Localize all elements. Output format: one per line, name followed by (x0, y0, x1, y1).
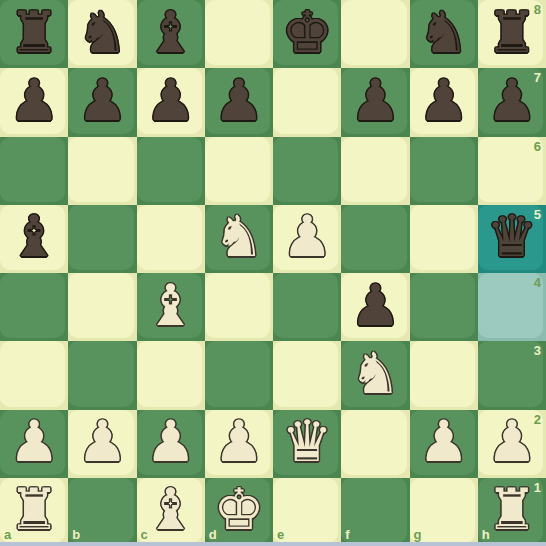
square-c8[interactable]: ♝ (137, 0, 205, 68)
square-h7[interactable]: ♟7 (478, 68, 546, 136)
square-c1[interactable]: ♝c (137, 478, 205, 546)
piece-white-pawn[interactable]: ♟ (478, 408, 546, 476)
square-b1[interactable]: b (68, 478, 136, 546)
file-label-f: f (345, 527, 349, 542)
square-c2[interactable]: ♟ (137, 410, 205, 478)
square-d7[interactable]: ♟ (205, 68, 273, 136)
square-e3[interactable] (273, 341, 341, 409)
piece-white-king[interactable]: ♚ (205, 476, 273, 544)
square-f6[interactable] (341, 137, 409, 205)
piece-white-pawn[interactable]: ♟ (0, 408, 68, 476)
square-h6[interactable]: 6 (478, 137, 546, 205)
square-e2[interactable]: ♛ (273, 410, 341, 478)
square-d1[interactable]: ♚d (205, 478, 273, 546)
square-b6[interactable] (68, 137, 136, 205)
square-g1[interactable]: g (410, 478, 478, 546)
square-d3[interactable] (205, 341, 273, 409)
piece-black-pawn[interactable]: ♟ (341, 66, 409, 134)
piece-black-bishop[interactable]: ♝ (137, 0, 205, 66)
square-f7[interactable]: ♟ (341, 68, 409, 136)
piece-black-pawn[interactable]: ♟ (68, 66, 136, 134)
window-background-strip (0, 542, 546, 546)
piece-white-pawn[interactable]: ♟ (273, 203, 341, 271)
square-f1[interactable]: f (341, 478, 409, 546)
square-h8[interactable]: ♜8 (478, 0, 546, 68)
square-d4[interactable] (205, 273, 273, 341)
square-a2[interactable]: ♟ (0, 410, 68, 478)
piece-white-pawn[interactable]: ♟ (68, 408, 136, 476)
piece-white-pawn[interactable]: ♟ (410, 408, 478, 476)
square-f5[interactable] (341, 205, 409, 273)
piece-white-queen[interactable]: ♛ (273, 408, 341, 476)
square-g3[interactable] (410, 341, 478, 409)
file-label-e: e (277, 527, 284, 542)
square-e8[interactable]: ♚ (273, 0, 341, 68)
square-c5[interactable] (137, 205, 205, 273)
piece-black-pawn[interactable]: ♟ (410, 66, 478, 134)
square-b5[interactable] (68, 205, 136, 273)
square-f3[interactable]: ♞ (341, 341, 409, 409)
square-a4[interactable] (0, 273, 68, 341)
square-b4[interactable] (68, 273, 136, 341)
square-a3[interactable] (0, 341, 68, 409)
square-b7[interactable]: ♟ (68, 68, 136, 136)
square-h4[interactable]: 4 (478, 273, 546, 341)
piece-black-pawn[interactable]: ♟ (0, 66, 68, 134)
rank-label-4: 4 (534, 275, 541, 290)
piece-black-knight[interactable]: ♞ (410, 0, 478, 66)
piece-white-rook[interactable]: ♜ (478, 476, 546, 544)
square-d6[interactable] (205, 137, 273, 205)
square-d8[interactable] (205, 0, 273, 68)
square-g7[interactable]: ♟ (410, 68, 478, 136)
square-a7[interactable]: ♟ (0, 68, 68, 136)
square-f4[interactable]: ♟ (341, 273, 409, 341)
square-h2[interactable]: ♟2 (478, 410, 546, 478)
piece-black-knight[interactable]: ♞ (68, 0, 136, 66)
square-e5[interactable]: ♟ (273, 205, 341, 273)
square-e4[interactable] (273, 273, 341, 341)
square-g6[interactable] (410, 137, 478, 205)
piece-black-king[interactable]: ♚ (273, 0, 341, 66)
square-c6[interactable] (137, 137, 205, 205)
square-f2[interactable] (341, 410, 409, 478)
square-g2[interactable]: ♟ (410, 410, 478, 478)
square-a8[interactable]: ♜ (0, 0, 68, 68)
piece-white-bishop[interactable]: ♝ (137, 476, 205, 544)
piece-black-pawn[interactable]: ♟ (137, 66, 205, 134)
square-c7[interactable]: ♟ (137, 68, 205, 136)
piece-white-knight[interactable]: ♞ (341, 339, 409, 407)
square-d2[interactable]: ♟ (205, 410, 273, 478)
square-g5[interactable] (410, 205, 478, 273)
square-b3[interactable] (68, 341, 136, 409)
square-g8[interactable]: ♞ (410, 0, 478, 68)
piece-white-bishop[interactable]: ♝ (137, 271, 205, 339)
square-e7[interactable] (273, 68, 341, 136)
piece-black-pawn[interactable]: ♟ (341, 271, 409, 339)
square-a6[interactable] (0, 137, 68, 205)
piece-black-queen[interactable]: ♛ (478, 203, 546, 271)
square-b2[interactable]: ♟ (68, 410, 136, 478)
square-b8[interactable]: ♞ (68, 0, 136, 68)
piece-white-knight[interactable]: ♞ (205, 203, 273, 271)
piece-black-pawn[interactable]: ♟ (478, 66, 546, 134)
square-c4[interactable]: ♝ (137, 273, 205, 341)
piece-white-pawn[interactable]: ♟ (205, 408, 273, 476)
piece-white-rook[interactable]: ♜ (0, 476, 68, 544)
square-d5[interactable]: ♞ (205, 205, 273, 273)
piece-black-rook[interactable]: ♜ (0, 0, 68, 66)
chess-board: ♜♞♝♚♞♜8♟♟♟♟♟♟♟76♝♞♟♛5♝♟4♞3♟♟♟♟♛♟♟2♜ab♝c♚… (0, 0, 546, 546)
square-h1[interactable]: ♜1h (478, 478, 546, 546)
square-g4[interactable] (410, 273, 478, 341)
piece-white-pawn[interactable]: ♟ (137, 408, 205, 476)
square-h3[interactable]: 3 (478, 341, 546, 409)
square-c3[interactable] (137, 341, 205, 409)
square-a5[interactable]: ♝ (0, 205, 68, 273)
square-e1[interactable]: e (273, 478, 341, 546)
square-h5[interactable]: ♛5 (478, 205, 546, 273)
rank-label-6: 6 (534, 139, 541, 154)
file-label-b: b (72, 527, 80, 542)
chess-app-stage: ♜♞♝♚♞♜8♟♟♟♟♟♟♟76♝♞♟♛5♝♟4♞3♟♟♟♟♛♟♟2♜ab♝c♚… (0, 0, 546, 546)
square-f8[interactable] (341, 0, 409, 68)
piece-black-rook[interactable]: ♜ (478, 0, 546, 66)
square-e6[interactable] (273, 137, 341, 205)
square-a1[interactable]: ♜a (0, 478, 68, 546)
file-label-g: g (414, 527, 422, 542)
piece-black-bishop[interactable]: ♝ (0, 203, 68, 271)
rank-label-3: 3 (534, 343, 541, 358)
piece-black-pawn[interactable]: ♟ (205, 66, 273, 134)
